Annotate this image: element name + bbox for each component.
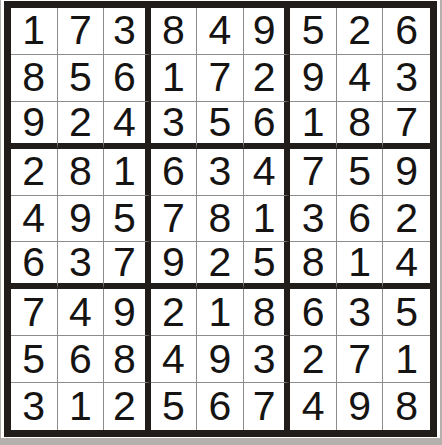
cell-r2c7[interactable]: 9: [290, 55, 337, 102]
cell-r5c1[interactable]: 4: [11, 196, 58, 243]
cell-r7c5[interactable]: 1: [197, 289, 244, 336]
cell-r8c4[interactable]: 4: [151, 336, 198, 383]
cell-r6c7[interactable]: 8: [290, 242, 337, 289]
cell-r9c9[interactable]: 8: [383, 383, 430, 430]
cell-r5c8[interactable]: 6: [337, 196, 384, 243]
puzzle-page-background: 1738495268561729439243561872816347594957…: [1, 0, 440, 438]
cell-r4c1[interactable]: 2: [11, 149, 58, 196]
sudoku-board: 1738495268561729439243561872816347594957…: [4, 1, 437, 437]
cell-r7c1[interactable]: 7: [11, 289, 58, 336]
cell-r1c8[interactable]: 2: [337, 8, 384, 55]
cell-r8c7[interactable]: 2: [290, 336, 337, 383]
cell-r9c6[interactable]: 7: [244, 383, 291, 430]
cell-r4c3[interactable]: 1: [104, 149, 151, 196]
cell-r9c1[interactable]: 3: [11, 383, 58, 430]
cell-r1c7[interactable]: 5: [290, 8, 337, 55]
cell-r6c5[interactable]: 2: [197, 242, 244, 289]
cell-r2c4[interactable]: 1: [151, 55, 198, 102]
cell-r9c5[interactable]: 6: [197, 383, 244, 430]
cell-r8c8[interactable]: 7: [337, 336, 384, 383]
cell-r3c3[interactable]: 4: [104, 102, 151, 149]
cell-r2c5[interactable]: 7: [197, 55, 244, 102]
cell-r3c4[interactable]: 3: [151, 102, 198, 149]
cell-r1c3[interactable]: 3: [104, 8, 151, 55]
cell-r3c2[interactable]: 2: [58, 102, 105, 149]
cell-r8c5[interactable]: 9: [197, 336, 244, 383]
cell-r5c3[interactable]: 5: [104, 196, 151, 243]
cell-r7c3[interactable]: 9: [104, 289, 151, 336]
cell-r5c6[interactable]: 1: [244, 196, 291, 243]
cell-r2c8[interactable]: 4: [337, 55, 384, 102]
cell-r6c6[interactable]: 5: [244, 242, 291, 289]
cell-r4c9[interactable]: 9: [383, 149, 430, 196]
cell-r7c6[interactable]: 8: [244, 289, 291, 336]
cell-r3c7[interactable]: 1: [290, 102, 337, 149]
cell-r1c9[interactable]: 6: [383, 8, 430, 55]
cell-r6c3[interactable]: 7: [104, 242, 151, 289]
cell-r9c2[interactable]: 1: [58, 383, 105, 430]
cell-r1c6[interactable]: 9: [244, 8, 291, 55]
cell-r3c8[interactable]: 8: [337, 102, 384, 149]
cell-r8c1[interactable]: 5: [11, 336, 58, 383]
cell-r2c3[interactable]: 6: [104, 55, 151, 102]
cell-r5c4[interactable]: 7: [151, 196, 198, 243]
cell-r7c2[interactable]: 4: [58, 289, 105, 336]
cell-r1c5[interactable]: 4: [197, 8, 244, 55]
cell-r4c4[interactable]: 6: [151, 149, 198, 196]
cell-r9c8[interactable]: 9: [337, 383, 384, 430]
screenshot-root: 1738495268561729439243561872816347594957…: [0, 0, 442, 445]
cell-r5c2[interactable]: 9: [58, 196, 105, 243]
cell-r7c8[interactable]: 3: [337, 289, 384, 336]
cell-r7c7[interactable]: 6: [290, 289, 337, 336]
cell-r4c7[interactable]: 7: [290, 149, 337, 196]
cell-r9c3[interactable]: 2: [104, 383, 151, 430]
cell-r5c7[interactable]: 3: [290, 196, 337, 243]
cell-r3c9[interactable]: 7: [383, 102, 430, 149]
cell-r8c9[interactable]: 1: [383, 336, 430, 383]
cell-r9c4[interactable]: 5: [151, 383, 198, 430]
cell-r6c9[interactable]: 4: [383, 242, 430, 289]
cell-r4c2[interactable]: 8: [58, 149, 105, 196]
cell-r3c5[interactable]: 5: [197, 102, 244, 149]
cell-r5c5[interactable]: 8: [197, 196, 244, 243]
cell-r4c8[interactable]: 5: [337, 149, 384, 196]
cell-r2c2[interactable]: 5: [58, 55, 105, 102]
cell-r2c1[interactable]: 8: [11, 55, 58, 102]
cell-r5c9[interactable]: 2: [383, 196, 430, 243]
cell-r7c4[interactable]: 2: [151, 289, 198, 336]
cell-r6c2[interactable]: 3: [58, 242, 105, 289]
cell-r4c6[interactable]: 4: [244, 149, 291, 196]
cell-r6c1[interactable]: 6: [11, 242, 58, 289]
cell-r2c9[interactable]: 3: [383, 55, 430, 102]
cell-r2c6[interactable]: 2: [244, 55, 291, 102]
cell-r8c2[interactable]: 6: [58, 336, 105, 383]
cell-r3c6[interactable]: 6: [244, 102, 291, 149]
cell-r1c2[interactable]: 7: [58, 8, 105, 55]
cell-r9c7[interactable]: 4: [290, 383, 337, 430]
cell-r7c9[interactable]: 5: [383, 289, 430, 336]
cell-r4c5[interactable]: 3: [197, 149, 244, 196]
cell-r6c8[interactable]: 1: [337, 242, 384, 289]
cell-r1c1[interactable]: 1: [11, 8, 58, 55]
cell-r6c4[interactable]: 9: [151, 242, 198, 289]
cell-r8c6[interactable]: 3: [244, 336, 291, 383]
cell-r1c4[interactable]: 8: [151, 8, 198, 55]
cell-r3c1[interactable]: 9: [11, 102, 58, 149]
cell-r8c3[interactable]: 8: [104, 336, 151, 383]
